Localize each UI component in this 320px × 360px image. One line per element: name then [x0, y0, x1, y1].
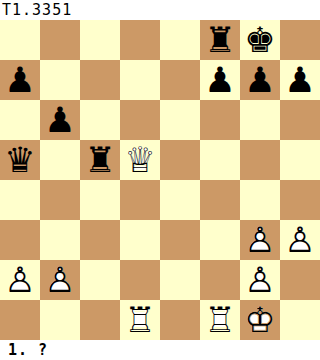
square-g2[interactable]: ♟♙	[240, 260, 280, 300]
piece-outline: ♔	[240, 300, 280, 340]
square-c7[interactable]	[80, 60, 120, 100]
square-b5[interactable]	[40, 140, 80, 180]
square-c2[interactable]	[80, 260, 120, 300]
piece-glyph: ♟	[0, 60, 40, 100]
piece-white-pawn[interactable]: ♟♙	[240, 220, 280, 260]
piece-white-pawn[interactable]: ♟♙	[280, 220, 320, 260]
square-a3[interactable]	[0, 220, 40, 260]
square-a8[interactable]	[0, 20, 40, 60]
square-e3[interactable]	[160, 220, 200, 260]
square-a6[interactable]	[0, 100, 40, 140]
square-h8[interactable]	[280, 20, 320, 60]
move-prompt-label: 1. ?	[0, 340, 48, 360]
piece-glyph: ♜	[200, 20, 240, 60]
square-g5[interactable]	[240, 140, 280, 180]
square-f6[interactable]	[200, 100, 240, 140]
square-b3[interactable]	[40, 220, 80, 260]
square-g3[interactable]: ♟♙	[240, 220, 280, 260]
piece-outline: ♙	[240, 260, 280, 300]
piece-black-pawn[interactable]: ♟	[0, 60, 40, 100]
square-g4[interactable]	[240, 180, 280, 220]
chess-diagram: T1.3351 ♜♚♟♟♟♟♟♛♜♛♕♟♙♟♙♟♙♟♙♟♙♜♖♜♖♚♔ 1. ?	[0, 0, 320, 360]
square-e4[interactable]	[160, 180, 200, 220]
header-band: T1.3351	[0, 0, 320, 20]
piece-black-pawn[interactable]: ♟	[240, 60, 280, 100]
square-c6[interactable]	[80, 100, 120, 140]
piece-glyph: ♟	[40, 100, 80, 140]
piece-white-rook[interactable]: ♜♖	[200, 300, 240, 340]
chess-board: ♜♚♟♟♟♟♟♛♜♛♕♟♙♟♙♟♙♟♙♟♙♜♖♜♖♚♔	[0, 20, 320, 340]
square-e2[interactable]	[160, 260, 200, 300]
piece-outline: ♙	[0, 260, 40, 300]
square-b6[interactable]: ♟	[40, 100, 80, 140]
piece-outline: ♙	[280, 220, 320, 260]
square-d3[interactable]	[120, 220, 160, 260]
square-a2[interactable]: ♟♙	[0, 260, 40, 300]
square-h1[interactable]	[280, 300, 320, 340]
square-d2[interactable]	[120, 260, 160, 300]
piece-black-queen[interactable]: ♛	[0, 140, 40, 180]
piece-black-pawn[interactable]: ♟	[200, 60, 240, 100]
square-f1[interactable]: ♜♖	[200, 300, 240, 340]
piece-black-rook[interactable]: ♜	[200, 20, 240, 60]
footer-band: 1. ?	[0, 340, 320, 360]
piece-outline: ♖	[120, 300, 160, 340]
piece-glyph: ♚	[240, 20, 280, 60]
piece-glyph: ♟	[280, 60, 320, 100]
piece-glyph: ♜	[80, 140, 120, 180]
square-d5[interactable]: ♛♕	[120, 140, 160, 180]
piece-white-pawn[interactable]: ♟♙	[40, 260, 80, 300]
square-c1[interactable]	[80, 300, 120, 340]
square-a5[interactable]: ♛	[0, 140, 40, 180]
square-e8[interactable]	[160, 20, 200, 60]
square-f7[interactable]: ♟	[200, 60, 240, 100]
square-c3[interactable]	[80, 220, 120, 260]
square-a7[interactable]: ♟	[0, 60, 40, 100]
square-b7[interactable]	[40, 60, 80, 100]
square-a4[interactable]	[0, 180, 40, 220]
piece-outline: ♖	[200, 300, 240, 340]
square-g7[interactable]: ♟	[240, 60, 280, 100]
square-f5[interactable]	[200, 140, 240, 180]
square-b8[interactable]	[40, 20, 80, 60]
piece-outline: ♙	[240, 220, 280, 260]
square-b2[interactable]: ♟♙	[40, 260, 80, 300]
square-f3[interactable]	[200, 220, 240, 260]
square-f4[interactable]	[200, 180, 240, 220]
puzzle-id-label: T1.3351	[0, 0, 72, 20]
square-e6[interactable]	[160, 100, 200, 140]
square-h3[interactable]: ♟♙	[280, 220, 320, 260]
piece-outline: ♕	[120, 140, 160, 180]
square-d1[interactable]: ♜♖	[120, 300, 160, 340]
square-d6[interactable]	[120, 100, 160, 140]
square-b1[interactable]	[40, 300, 80, 340]
piece-white-pawn[interactable]: ♟♙	[240, 260, 280, 300]
piece-white-pawn[interactable]: ♟♙	[0, 260, 40, 300]
square-e7[interactable]	[160, 60, 200, 100]
square-a1[interactable]	[0, 300, 40, 340]
square-c4[interactable]	[80, 180, 120, 220]
piece-glyph: ♟	[200, 60, 240, 100]
square-h2[interactable]	[280, 260, 320, 300]
piece-black-pawn[interactable]: ♟	[40, 100, 80, 140]
piece-glyph: ♟	[240, 60, 280, 100]
square-d4[interactable]	[120, 180, 160, 220]
square-g8[interactable]: ♚	[240, 20, 280, 60]
square-h7[interactable]: ♟	[280, 60, 320, 100]
piece-glyph: ♛	[0, 140, 40, 180]
square-g6[interactable]	[240, 100, 280, 140]
square-d8[interactable]	[120, 20, 160, 60]
piece-white-rook[interactable]: ♜♖	[120, 300, 160, 340]
square-h6[interactable]	[280, 100, 320, 140]
square-g1[interactable]: ♚♔	[240, 300, 280, 340]
square-c5[interactable]: ♜	[80, 140, 120, 180]
square-c8[interactable]	[80, 20, 120, 60]
square-d7[interactable]	[120, 60, 160, 100]
piece-black-rook[interactable]: ♜	[80, 140, 120, 180]
square-b4[interactable]	[40, 180, 80, 220]
piece-outline: ♙	[40, 260, 80, 300]
square-f2[interactable]	[200, 260, 240, 300]
piece-white-queen[interactable]: ♛♕	[120, 140, 160, 180]
square-f8[interactable]: ♜	[200, 20, 240, 60]
piece-black-king[interactable]: ♚	[240, 20, 280, 60]
square-e1[interactable]	[160, 300, 200, 340]
square-h5[interactable]	[280, 140, 320, 180]
square-e5[interactable]	[160, 140, 200, 180]
square-h4[interactable]	[280, 180, 320, 220]
piece-white-king[interactable]: ♚♔	[240, 300, 280, 340]
piece-black-pawn[interactable]: ♟	[280, 60, 320, 100]
